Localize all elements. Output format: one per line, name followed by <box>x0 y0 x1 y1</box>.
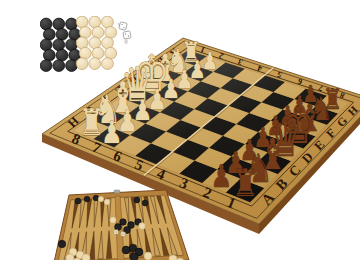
spare-checker <box>79 47 91 59</box>
backgammon-checker-light <box>104 199 110 205</box>
backgammon-checker-dark <box>93 195 99 201</box>
spare-checker <box>40 60 52 72</box>
backgammon-checker-dark <box>122 246 130 254</box>
spare-checker <box>56 49 68 61</box>
spare-checker <box>40 18 52 30</box>
chess-piece-dark-rook: ♜ <box>232 162 258 205</box>
backgammon-checker-dark <box>130 253 138 260</box>
spare-checker <box>43 29 55 41</box>
backgammon-board <box>50 190 194 260</box>
backgammon-checker-light <box>110 217 117 224</box>
spare-checker <box>76 58 88 70</box>
spare-checker <box>53 60 65 72</box>
backgammon-checker-dark <box>84 196 90 202</box>
backgammon-die <box>114 230 119 235</box>
spare-checker <box>56 29 68 41</box>
registered-mark: ® <box>124 39 128 45</box>
backgammon-checker-light <box>66 254 74 260</box>
tray-hinge <box>114 190 120 193</box>
spare-checker <box>66 18 78 30</box>
spare-checker <box>102 58 114 70</box>
spare-checker <box>89 37 101 49</box>
chess-piece-dark-pawn: ♟ <box>210 158 232 195</box>
backgammon-checker-dark <box>120 219 127 226</box>
spare-checker <box>92 27 104 39</box>
spare-checker <box>92 47 104 59</box>
backgammon-checker-light <box>139 223 146 230</box>
die-icon <box>119 22 127 30</box>
spare-checker <box>53 18 65 30</box>
spare-checker <box>40 39 52 51</box>
backgammon-checker-dark <box>115 224 122 231</box>
spare-checker <box>76 16 88 28</box>
spare-checker <box>66 60 78 72</box>
backgammon-checker-light <box>98 196 104 202</box>
backgammon-checker-light <box>144 252 152 260</box>
spare-checker <box>89 58 101 70</box>
backgammon-checker-dark <box>58 240 66 248</box>
spare-checker <box>105 27 117 39</box>
spare-checker <box>102 37 114 49</box>
spare-checker <box>102 16 114 28</box>
backgammon-checker-dark <box>134 197 140 203</box>
backgammon-checker-dark <box>142 200 148 206</box>
spare-checkers-dark <box>40 18 80 71</box>
chess-piece-white-pawn: ♟ <box>101 114 123 151</box>
spare-checker <box>89 16 101 28</box>
game-set-scene: AH18BG27CF36DE45ED54FC63GB72HA81♜♟♞♟♝♟♚♟… <box>40 16 360 260</box>
spare-checker <box>66 39 78 51</box>
dice-sketch-icon: ® <box>118 22 131 45</box>
backgammon-checker-dark <box>75 198 81 204</box>
spare-checker <box>43 49 55 61</box>
product-photo[interactable]: AH18BG27CF36DE45ED54FC63GB72HA81♜♟♞♟♝♟♚♟… <box>40 16 360 260</box>
die-icon <box>123 31 131 39</box>
spare-checker <box>79 27 91 39</box>
backgammon-die <box>120 231 125 236</box>
spare-checkers-light <box>76 16 116 69</box>
spare-checker <box>76 37 88 49</box>
backgammon-checker-light <box>82 254 90 260</box>
spare-checker <box>105 47 117 59</box>
spare-checker <box>53 39 65 51</box>
